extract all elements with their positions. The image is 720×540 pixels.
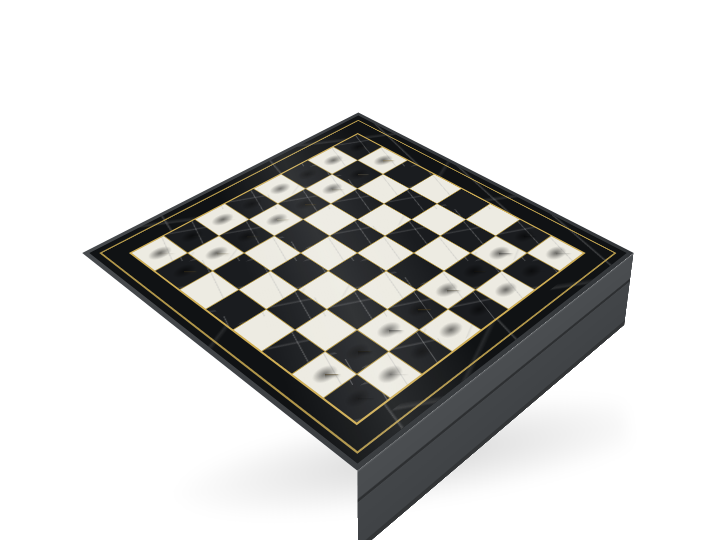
clasp-latch-icon[interactable] bbox=[142, 309, 160, 349]
square-h8[interactable]: ♜ bbox=[324, 375, 389, 423]
rook-glyph: ♜ bbox=[304, 350, 410, 404]
pawn-glyph: ♟ bbox=[138, 237, 230, 276]
product-photo-scene: ♜♞♝♚♛♝♞♜♟♟♟♟♟♟♟♟♟♟♟♟♟♟♟♟♜♞♝♚♛♝♞♜ bbox=[0, 0, 720, 540]
square-h2[interactable]: ♟ bbox=[155, 253, 211, 289]
